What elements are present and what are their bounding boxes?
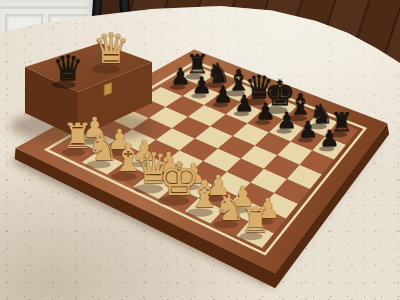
extra-black-queen-box: ♛ bbox=[47, 51, 89, 86]
piece-white-rook-h1[interactable]: ♜ bbox=[235, 203, 276, 238]
scene-chess-photo: ♛♜♛♞♟♝♟♛♟♚♟♝♟♞♟♜♟♟♟♜♟♞♟♟♝♟♛♟♚♟♝♟♞♜ bbox=[0, 0, 400, 300]
piece-black-pawn-h7[interactable]: ♟ bbox=[316, 127, 343, 150]
extra-white-queen-box: ♛ bbox=[86, 28, 136, 70]
